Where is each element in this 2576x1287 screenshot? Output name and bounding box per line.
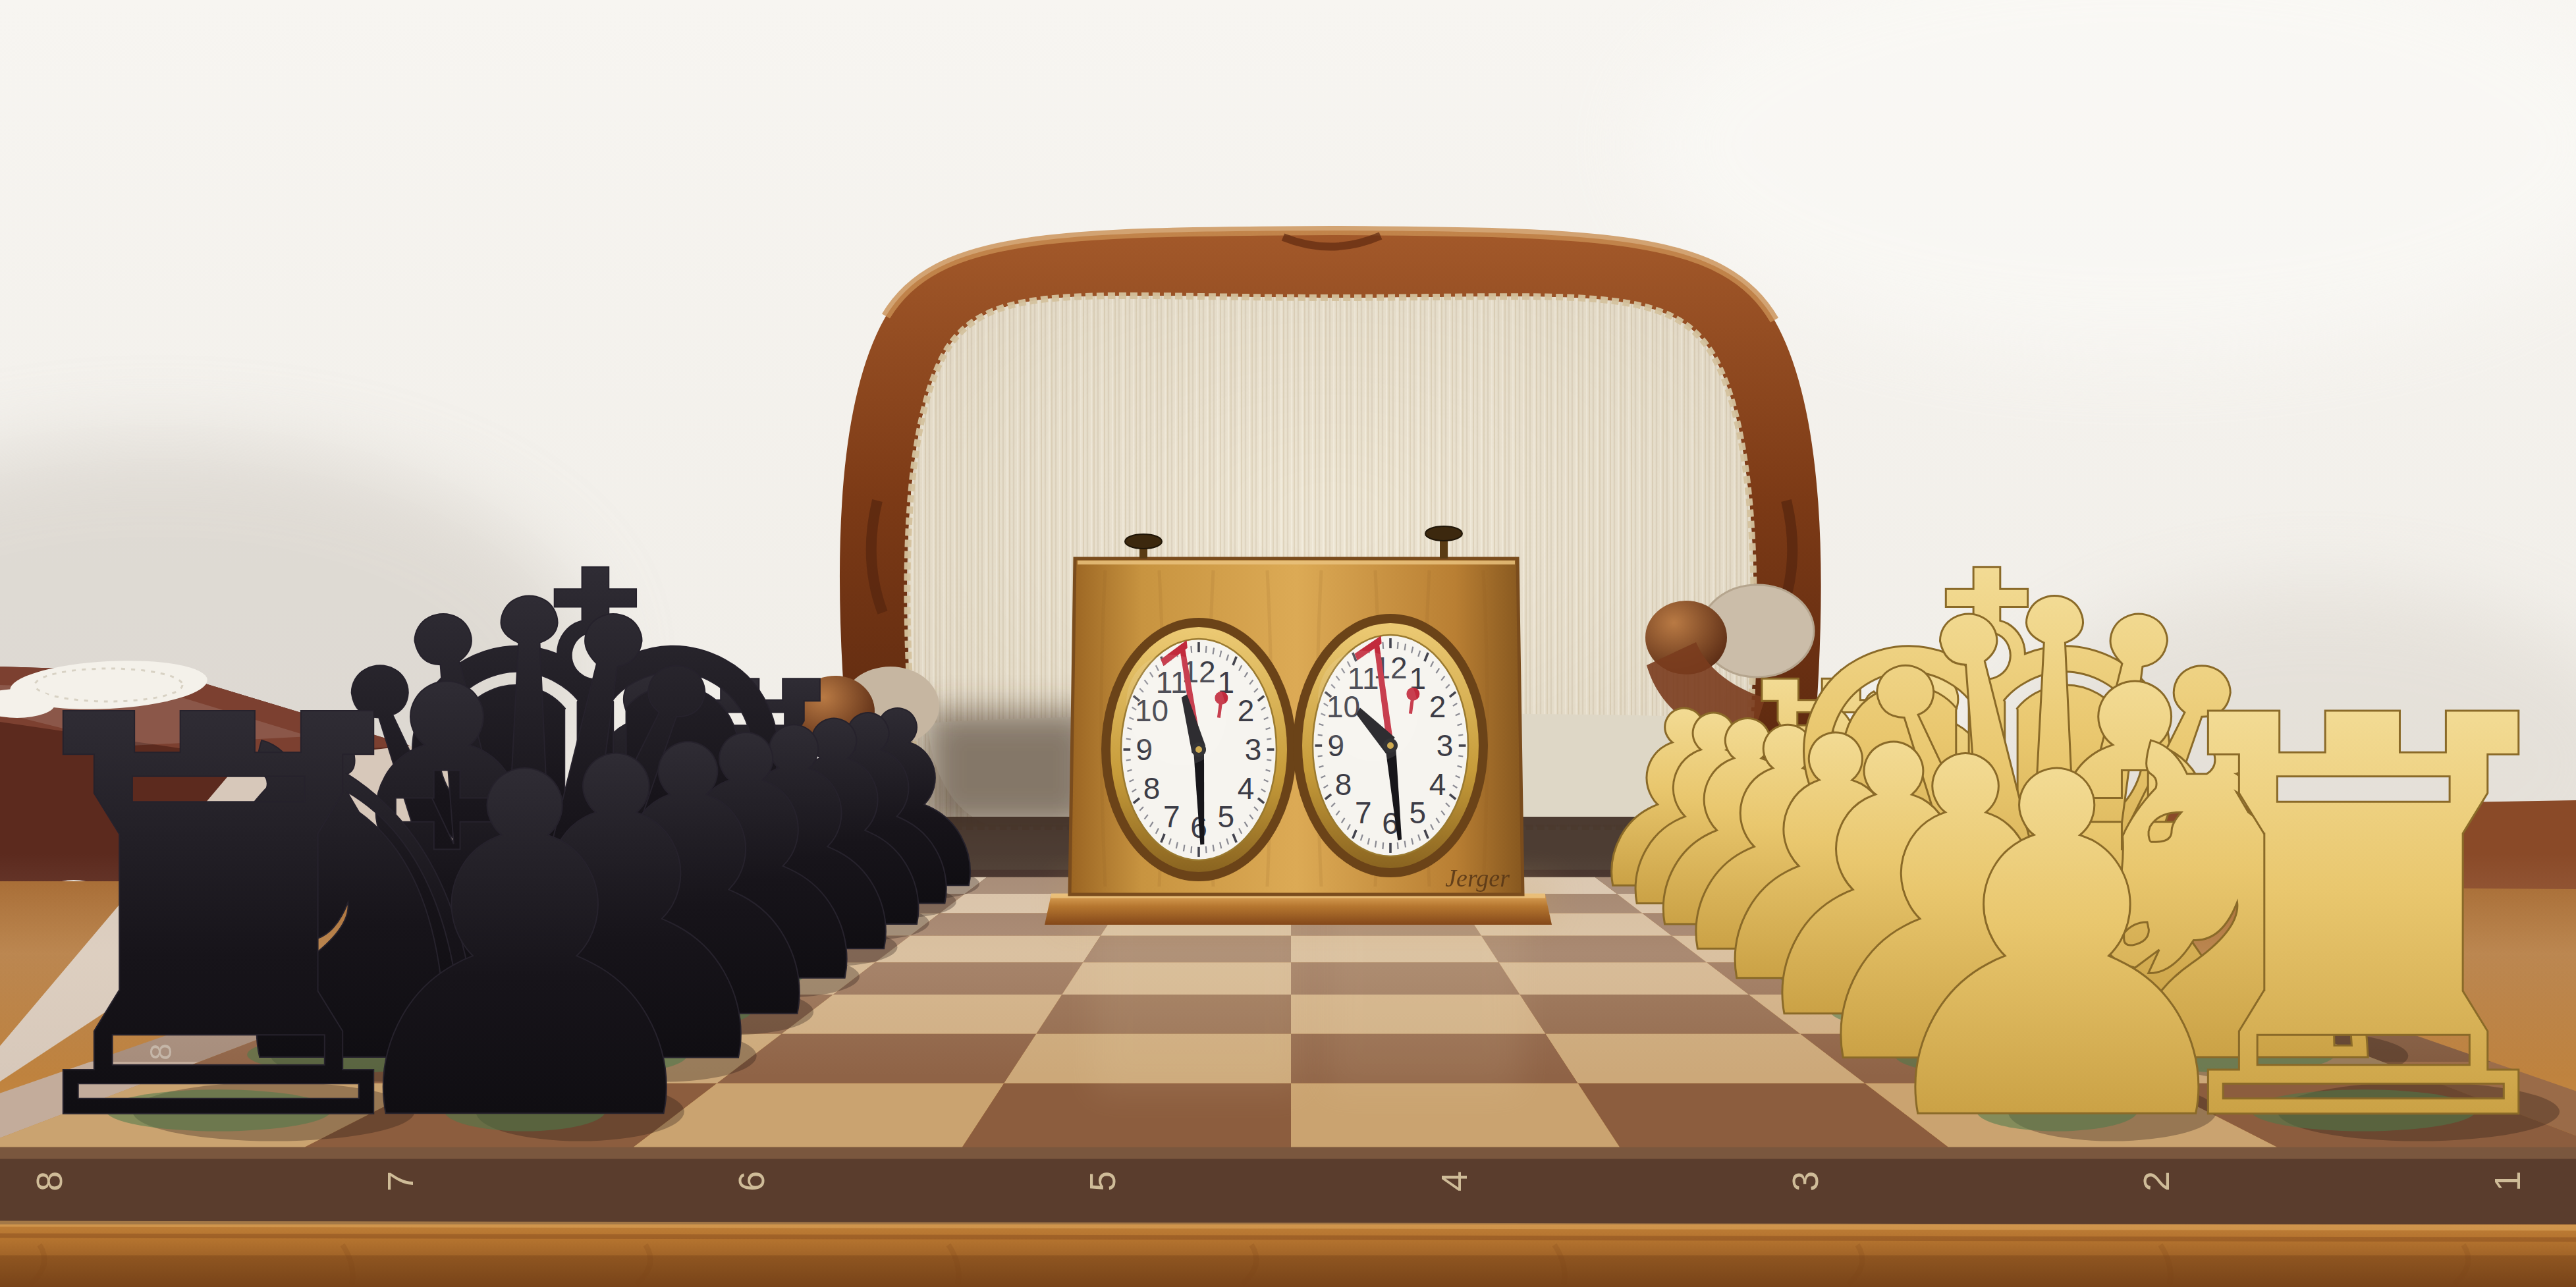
piece-group-a7: ♟ bbox=[313, 674, 736, 1224]
dial-tick bbox=[1126, 738, 1131, 739]
dial-tick bbox=[1405, 841, 1406, 848]
dial-tick bbox=[1398, 642, 1398, 649]
dial-numeral-3: 3 bbox=[1245, 732, 1262, 767]
clock-dial-right: 121234567891011 bbox=[1293, 614, 1488, 877]
dial-numeral-4: 4 bbox=[1238, 771, 1255, 806]
dial-tick bbox=[1206, 846, 1207, 853]
dial-numeral-7: 7 bbox=[1163, 800, 1180, 834]
dial-tick bbox=[1267, 759, 1271, 760]
dial-numeral-5: 5 bbox=[1218, 800, 1235, 834]
dial-numeral-8: 8 bbox=[1143, 771, 1161, 806]
clock-dial-left: 121234567891011 bbox=[1101, 618, 1296, 881]
dial-tick bbox=[1405, 644, 1406, 651]
dial-tick bbox=[1318, 734, 1323, 735]
dial-tick bbox=[1191, 646, 1192, 653]
piece-black-pawn-a7[interactable]: ♟ bbox=[313, 674, 736, 1224]
rank-label-6: 6 bbox=[730, 1171, 772, 1191]
clock-button-left[interactable] bbox=[1125, 534, 1162, 549]
dial-tick bbox=[1458, 755, 1463, 756]
dial-tick bbox=[1191, 846, 1192, 853]
dial-tick bbox=[1458, 734, 1463, 735]
dial-tick bbox=[1383, 842, 1383, 849]
dial-tick bbox=[1375, 841, 1376, 848]
table-front-dark-band bbox=[0, 1255, 2576, 1287]
dial-numeral-8: 8 bbox=[1335, 767, 1352, 802]
dial-numeral-2: 2 bbox=[1238, 694, 1255, 728]
rank-label-5: 5 bbox=[1082, 1171, 1123, 1191]
scene-canvas: 876543218121234567891011121234567891011J… bbox=[0, 0, 2576, 1287]
dial-tick bbox=[1398, 842, 1398, 849]
piece-white-rook-a1[interactable]: ♜ bbox=[2116, 601, 2576, 1243]
dial-tick bbox=[1126, 759, 1131, 760]
chess-clock: 121234567891011121234567891011Jerger bbox=[1045, 526, 1552, 925]
dial-numeral-3: 3 bbox=[1437, 728, 1454, 763]
dial-tick bbox=[1213, 648, 1214, 655]
piece-group-a1: ♜ bbox=[2116, 601, 2576, 1243]
rank-label-4: 4 bbox=[1433, 1171, 1475, 1191]
dial-numeral-5: 5 bbox=[1410, 796, 1427, 830]
clock-brand-logo: Jerger bbox=[1445, 864, 1510, 892]
clock-base bbox=[1045, 894, 1552, 925]
table-edge-highlight bbox=[0, 1224, 2576, 1228]
dial-tick bbox=[1267, 738, 1271, 739]
dial-tick bbox=[1318, 755, 1323, 756]
dial-tick bbox=[1213, 845, 1214, 852]
chess-photo-scene: 876543218121234567891011121234567891011J… bbox=[0, 0, 2576, 1287]
dial-numeral-2: 2 bbox=[1429, 690, 1446, 724]
rank-label-3: 3 bbox=[1784, 1171, 1826, 1191]
dial-tick bbox=[1383, 642, 1383, 649]
dial-tick bbox=[1206, 646, 1207, 653]
dial-tick bbox=[1184, 845, 1184, 852]
dial-numeral-7: 7 bbox=[1355, 796, 1372, 830]
dial-numeral-4: 4 bbox=[1429, 767, 1446, 802]
clock-button-right[interactable] bbox=[1425, 526, 1462, 541]
